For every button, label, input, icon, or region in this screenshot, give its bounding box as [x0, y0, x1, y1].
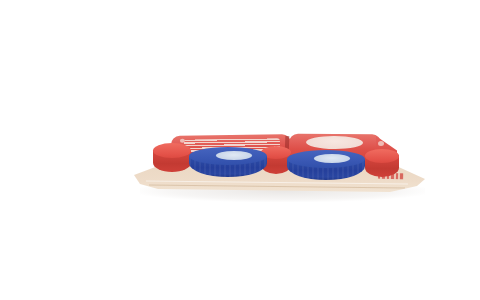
red-wheel-disc-right-top — [365, 149, 399, 163]
blue-wheel-right-hub — [314, 154, 350, 163]
peg-hole-dot-right — [378, 141, 384, 146]
red-wheel-disc-right — [365, 149, 399, 177]
cab-window-oval — [306, 136, 363, 149]
blue-wheel-right — [287, 150, 365, 180]
product-photo-stage: Edge-on product photograph of a wooden t… — [40, 16, 480, 300]
red-wheel-disc-left-top — [153, 143, 191, 158]
blue-wheel-left-hub — [216, 151, 252, 160]
plywood-lamination-line-dark — [149, 184, 405, 188]
blue-wheel-left — [189, 147, 267, 177]
red-wheel-disc-left — [153, 143, 191, 172]
